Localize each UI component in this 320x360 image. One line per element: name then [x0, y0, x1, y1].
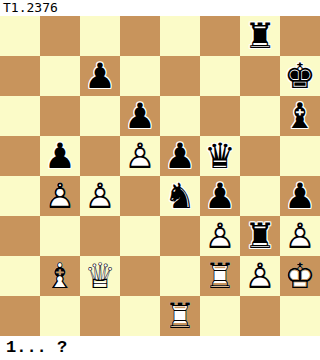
square-c3[interactable]	[80, 216, 120, 256]
square-h1[interactable]	[280, 296, 320, 336]
black-pawn-piece[interactable]: ♟	[200, 176, 240, 216]
white-rook-piece[interactable]: ♖	[200, 256, 240, 296]
square-h5[interactable]	[280, 136, 320, 176]
square-d7[interactable]	[120, 56, 160, 96]
move-prompt: 1... ?	[0, 336, 320, 360]
square-g5[interactable]	[240, 136, 280, 176]
square-b2[interactable]: ♗	[40, 256, 80, 296]
square-g4[interactable]	[240, 176, 280, 216]
black-rook-piece[interactable]: ♜	[240, 216, 280, 256]
square-a2[interactable]	[0, 256, 40, 296]
white-queen-piece[interactable]: ♕	[80, 256, 120, 296]
square-a3[interactable]	[0, 216, 40, 256]
square-e5[interactable]: ♟	[160, 136, 200, 176]
square-d1[interactable]	[120, 296, 160, 336]
square-f1[interactable]	[200, 296, 240, 336]
square-h4[interactable]: ♟	[280, 176, 320, 216]
square-d8[interactable]	[120, 16, 160, 56]
square-h7[interactable]: ♚	[280, 56, 320, 96]
square-a7[interactable]	[0, 56, 40, 96]
square-g2[interactable]: ♙	[240, 256, 280, 296]
square-e3[interactable]	[160, 216, 200, 256]
square-b6[interactable]	[40, 96, 80, 136]
square-g1[interactable]	[240, 296, 280, 336]
black-pawn-piece[interactable]: ♟	[160, 136, 200, 176]
black-pawn-piece[interactable]: ♟	[120, 96, 160, 136]
square-e6[interactable]	[160, 96, 200, 136]
square-f8[interactable]	[200, 16, 240, 56]
square-b7[interactable]	[40, 56, 80, 96]
square-g7[interactable]	[240, 56, 280, 96]
black-queen-piece[interactable]: ♛	[200, 136, 240, 176]
black-pawn-piece[interactable]: ♟	[40, 136, 80, 176]
square-d6[interactable]: ♟	[120, 96, 160, 136]
square-a4[interactable]	[0, 176, 40, 216]
black-pawn-piece[interactable]: ♟	[80, 56, 120, 96]
square-h2[interactable]: ♔	[280, 256, 320, 296]
puzzle-id: T1.2376	[0, 0, 320, 16]
black-king-piece[interactable]: ♚	[280, 56, 320, 96]
square-c2[interactable]: ♕	[80, 256, 120, 296]
square-b1[interactable]	[40, 296, 80, 336]
square-c8[interactable]	[80, 16, 120, 56]
white-pawn-piece[interactable]: ♙	[80, 176, 120, 216]
black-bishop-piece[interactable]: ♝	[280, 96, 320, 136]
square-g6[interactable]	[240, 96, 280, 136]
square-e7[interactable]	[160, 56, 200, 96]
square-h3[interactable]: ♙	[280, 216, 320, 256]
chess-board: ♜♟♚♟♝♟♙♟♛♙♙♞♟♟♙♜♙♗♕♖♙♔♖	[0, 16, 320, 336]
square-h6[interactable]: ♝	[280, 96, 320, 136]
square-f2[interactable]: ♖	[200, 256, 240, 296]
black-rook-piece[interactable]: ♜	[240, 16, 280, 56]
black-pawn-piece[interactable]: ♟	[280, 176, 320, 216]
square-b5[interactable]: ♟	[40, 136, 80, 176]
square-f3[interactable]: ♙	[200, 216, 240, 256]
white-king-piece[interactable]: ♔	[280, 256, 320, 296]
puzzle-window: T1.2376 ♜♟♚♟♝♟♙♟♛♙♙♞♟♟♙♜♙♗♕♖♙♔♖ 1... ?	[0, 0, 320, 360]
square-f6[interactable]	[200, 96, 240, 136]
white-pawn-piece[interactable]: ♙	[200, 216, 240, 256]
white-bishop-piece[interactable]: ♗	[40, 256, 80, 296]
square-f4[interactable]: ♟	[200, 176, 240, 216]
square-h8[interactable]	[280, 16, 320, 56]
square-c6[interactable]	[80, 96, 120, 136]
white-pawn-piece[interactable]: ♙	[40, 176, 80, 216]
square-a8[interactable]	[0, 16, 40, 56]
square-f5[interactable]: ♛	[200, 136, 240, 176]
square-f7[interactable]	[200, 56, 240, 96]
square-e4[interactable]: ♞	[160, 176, 200, 216]
square-a1[interactable]	[0, 296, 40, 336]
square-d4[interactable]	[120, 176, 160, 216]
black-knight-piece[interactable]: ♞	[160, 176, 200, 216]
square-b8[interactable]	[40, 16, 80, 56]
square-c5[interactable]	[80, 136, 120, 176]
square-b4[interactable]: ♙	[40, 176, 80, 216]
square-c1[interactable]	[80, 296, 120, 336]
square-a5[interactable]	[0, 136, 40, 176]
square-e8[interactable]	[160, 16, 200, 56]
square-c4[interactable]: ♙	[80, 176, 120, 216]
white-pawn-piece[interactable]: ♙	[280, 216, 320, 256]
square-d2[interactable]	[120, 256, 160, 296]
white-rook-piece[interactable]: ♖	[160, 296, 200, 336]
square-e1[interactable]: ♖	[160, 296, 200, 336]
white-pawn-piece[interactable]: ♙	[240, 256, 280, 296]
square-e2[interactable]	[160, 256, 200, 296]
square-g8[interactable]: ♜	[240, 16, 280, 56]
square-c7[interactable]: ♟	[80, 56, 120, 96]
square-b3[interactable]	[40, 216, 80, 256]
square-g3[interactable]: ♜	[240, 216, 280, 256]
white-pawn-piece[interactable]: ♙	[120, 136, 160, 176]
square-d3[interactable]	[120, 216, 160, 256]
square-a6[interactable]	[0, 96, 40, 136]
square-d5[interactable]: ♙	[120, 136, 160, 176]
